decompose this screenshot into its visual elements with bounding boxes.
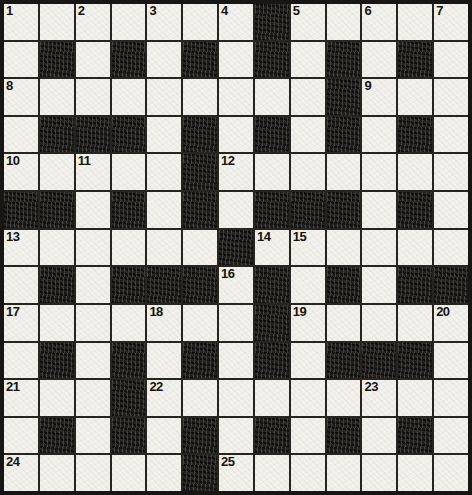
clue-number-25: 25	[221, 455, 234, 469]
cell-r6c1[interactable]	[40, 230, 74, 266]
cell-r9c10-block	[362, 343, 396, 379]
cell-r10c0[interactable]: 21	[4, 380, 38, 416]
clue-number-11: 11	[78, 154, 91, 168]
cell-r3c4[interactable]	[147, 117, 181, 153]
cell-r0c6[interactable]: 4	[219, 4, 253, 40]
cell-r3c3-block	[112, 117, 146, 153]
cell-r11c12[interactable]	[434, 418, 468, 454]
cell-r2c12[interactable]	[434, 79, 468, 115]
cell-r3c11-block	[398, 117, 432, 153]
cell-r4c8[interactable]	[291, 154, 325, 190]
cell-r1c6[interactable]	[219, 42, 253, 78]
cell-r11c4[interactable]	[147, 418, 181, 454]
cell-r8c2[interactable]	[76, 305, 110, 341]
cell-r4c3[interactable]	[112, 154, 146, 190]
cell-r5c6[interactable]	[219, 192, 253, 228]
cell-r7c11-block	[398, 267, 432, 303]
cell-r1c12[interactable]	[434, 42, 468, 78]
cell-r10c9[interactable]	[327, 380, 361, 416]
clue-number-18: 18	[149, 305, 162, 319]
cell-r3c6[interactable]	[219, 117, 253, 153]
cell-r11c10[interactable]	[362, 418, 396, 454]
cell-r0c0[interactable]: 1	[4, 4, 38, 40]
clue-number-12: 12	[221, 154, 234, 168]
cell-r7c12-block	[434, 267, 468, 303]
cell-r12c11[interactable]	[398, 455, 432, 491]
cell-r3c7-block	[255, 117, 289, 153]
cell-r12c9[interactable]	[327, 455, 361, 491]
cell-r5c0-block	[4, 192, 38, 228]
cell-r3c9-block	[327, 117, 361, 153]
cell-r8c3[interactable]	[112, 305, 146, 341]
cell-r2c9-block	[327, 79, 361, 115]
cell-r12c12[interactable]	[434, 455, 468, 491]
cell-r5c10[interactable]	[362, 192, 396, 228]
cell-r2c11[interactable]	[398, 79, 432, 115]
cell-r11c3-block	[112, 418, 146, 454]
cell-r0c11[interactable]	[398, 4, 432, 40]
crossword-grid: 1234567891011121314151617181920212223242…	[0, 0, 472, 495]
cell-r6c5[interactable]	[183, 230, 217, 266]
cell-r2c0[interactable]: 8	[4, 79, 38, 115]
cell-r10c2[interactable]	[76, 380, 110, 416]
clue-number-22: 22	[149, 380, 162, 394]
cell-r10c10[interactable]: 23	[362, 380, 396, 416]
cell-r10c11[interactable]	[398, 380, 432, 416]
cell-r4c0[interactable]: 10	[4, 154, 38, 190]
cell-r7c9-block	[327, 267, 361, 303]
cell-r4c9[interactable]	[327, 154, 361, 190]
cell-r1c10[interactable]	[362, 42, 396, 78]
clue-number-14: 14	[257, 230, 270, 244]
cell-r8c8[interactable]: 19	[291, 305, 325, 341]
cell-r11c5-block	[183, 418, 217, 454]
cell-r3c10[interactable]	[362, 117, 396, 153]
cell-r6c9[interactable]	[327, 230, 361, 266]
clue-number-15: 15	[293, 230, 306, 244]
cell-r0c3[interactable]	[112, 4, 146, 40]
cell-r1c9-block	[327, 42, 361, 78]
cell-r8c11[interactable]	[398, 305, 432, 341]
cell-r12c3[interactable]	[112, 455, 146, 491]
cell-r12c1[interactable]	[40, 455, 74, 491]
cell-r8c1[interactable]	[40, 305, 74, 341]
cell-r9c2[interactable]	[76, 343, 110, 379]
cell-r3c5-block	[183, 117, 217, 153]
clue-number-21: 21	[6, 380, 19, 394]
cell-r8c12[interactable]: 20	[434, 305, 468, 341]
cell-r9c4[interactable]	[147, 343, 181, 379]
cell-r9c6[interactable]	[219, 343, 253, 379]
cell-r11c11-block	[398, 418, 432, 454]
cell-r10c6[interactable]	[219, 380, 253, 416]
clue-number-2: 2	[78, 4, 85, 18]
cell-r12c10[interactable]	[362, 455, 396, 491]
cell-r1c3-block	[112, 42, 146, 78]
cell-r6c11[interactable]	[398, 230, 432, 266]
clue-number-10: 10	[6, 154, 19, 168]
cell-r5c4[interactable]	[147, 192, 181, 228]
cell-r5c1-block	[40, 192, 74, 228]
clue-number-20: 20	[436, 305, 449, 319]
cell-r3c1-block	[40, 117, 74, 153]
cell-r4c2[interactable]: 11	[76, 154, 110, 190]
clue-number-6: 6	[364, 4, 371, 18]
clue-number-5: 5	[293, 4, 300, 18]
cell-r1c0[interactable]	[4, 42, 38, 78]
cell-r8c10[interactable]	[362, 305, 396, 341]
cell-r6c8[interactable]: 15	[291, 230, 325, 266]
clue-number-19: 19	[293, 305, 306, 319]
cell-r7c10[interactable]	[362, 267, 396, 303]
cell-r12c7[interactable]	[255, 455, 289, 491]
cell-r7c6[interactable]: 16	[219, 267, 253, 303]
cell-r5c12[interactable]	[434, 192, 468, 228]
cell-r9c8[interactable]	[291, 343, 325, 379]
cell-r1c8[interactable]	[291, 42, 325, 78]
cell-r6c0[interactable]: 13	[4, 230, 38, 266]
cell-r12c0[interactable]: 24	[4, 455, 38, 491]
cell-r4c6[interactable]: 12	[219, 154, 253, 190]
cell-r0c4[interactable]: 3	[147, 4, 181, 40]
cell-r0c9[interactable]	[327, 4, 361, 40]
cell-r1c5-block	[183, 42, 217, 78]
cell-r3c8[interactable]	[291, 117, 325, 153]
cell-r8c7-block	[255, 305, 289, 341]
cell-r0c8[interactable]: 5	[291, 4, 325, 40]
cell-r4c4[interactable]	[147, 154, 181, 190]
cell-r2c1[interactable]	[40, 79, 74, 115]
cell-r7c3-block	[112, 267, 146, 303]
cell-r9c1-block	[40, 343, 74, 379]
cell-r9c5-block	[183, 343, 217, 379]
cell-r4c11[interactable]	[398, 154, 432, 190]
cell-r7c1-block	[40, 267, 74, 303]
cell-r6c12[interactable]	[434, 230, 468, 266]
cell-r10c1[interactable]	[40, 380, 74, 416]
cell-r2c4[interactable]	[147, 79, 181, 115]
clue-number-8: 8	[6, 79, 13, 93]
cell-r0c10[interactable]: 6	[362, 4, 396, 40]
cell-r7c5-block	[183, 267, 217, 303]
cell-r7c0[interactable]	[4, 267, 38, 303]
cell-r5c8-block	[291, 192, 325, 228]
cell-r12c5-block	[183, 455, 217, 491]
cell-r2c8[interactable]	[291, 79, 325, 115]
cell-r3c2-block	[76, 117, 110, 153]
clue-number-3: 3	[149, 4, 156, 18]
cell-r11c9-block	[327, 418, 361, 454]
clue-number-17: 17	[6, 305, 19, 319]
cell-r9c0[interactable]	[4, 343, 38, 379]
cell-r6c6-block	[219, 230, 253, 266]
cell-r1c1-block	[40, 42, 74, 78]
crossword-scan: 1234567891011121314151617181920212223242…	[0, 0, 472, 495]
cell-r5c2[interactable]	[76, 192, 110, 228]
cell-r8c5[interactable]	[183, 305, 217, 341]
cell-r9c12[interactable]	[434, 343, 468, 379]
cell-r12c2[interactable]	[76, 455, 110, 491]
cell-r6c7[interactable]: 14	[255, 230, 289, 266]
cell-r11c2[interactable]	[76, 418, 110, 454]
cell-r4c5-block	[183, 154, 217, 190]
cell-r10c8[interactable]	[291, 380, 325, 416]
cell-r11c8[interactable]	[291, 418, 325, 454]
cell-r12c6[interactable]: 25	[219, 455, 253, 491]
cell-r1c4[interactable]	[147, 42, 181, 78]
clue-number-13: 13	[6, 230, 19, 244]
cell-r11c7-block	[255, 418, 289, 454]
cell-r10c4[interactable]: 22	[147, 380, 181, 416]
cell-r11c0[interactable]	[4, 418, 38, 454]
cell-r8c6[interactable]	[219, 305, 253, 341]
cell-r7c2[interactable]	[76, 267, 110, 303]
clue-number-7: 7	[436, 4, 443, 18]
cell-r5c11-block	[398, 192, 432, 228]
cell-r6c10[interactable]	[362, 230, 396, 266]
cell-r5c9-block	[327, 192, 361, 228]
cell-r6c2[interactable]	[76, 230, 110, 266]
cell-r1c11-block	[398, 42, 432, 78]
cell-r0c2[interactable]: 2	[76, 4, 110, 40]
cell-r6c3[interactable]	[112, 230, 146, 266]
cell-r10c5[interactable]	[183, 380, 217, 416]
cell-r7c8[interactable]	[291, 267, 325, 303]
cell-r3c12[interactable]	[434, 117, 468, 153]
cell-r7c7-block	[255, 267, 289, 303]
cell-r0c1[interactable]	[40, 4, 74, 40]
cell-r12c4[interactable]	[147, 455, 181, 491]
cell-r1c2[interactable]	[76, 42, 110, 78]
cell-r3c0[interactable]	[4, 117, 38, 153]
clue-number-24: 24	[6, 455, 19, 469]
cell-r0c12[interactable]: 7	[434, 4, 468, 40]
cell-r8c4[interactable]: 18	[147, 305, 181, 341]
clue-number-9: 9	[364, 79, 371, 93]
cell-r2c5[interactable]	[183, 79, 217, 115]
cell-r4c7[interactable]	[255, 154, 289, 190]
cell-r4c12[interactable]	[434, 154, 468, 190]
cell-r0c7-block	[255, 4, 289, 40]
cell-r5c5-block	[183, 192, 217, 228]
cell-r9c3-block	[112, 343, 146, 379]
cell-r9c9-block	[327, 343, 361, 379]
cell-r5c7-block	[255, 192, 289, 228]
clue-number-23: 23	[364, 380, 377, 394]
cell-r6c4[interactable]	[147, 230, 181, 266]
clue-number-16: 16	[221, 267, 234, 281]
cell-r2c10[interactable]: 9	[362, 79, 396, 115]
cell-r10c12[interactable]	[434, 380, 468, 416]
cell-r8c0[interactable]: 17	[4, 305, 38, 341]
cell-r10c3-block	[112, 380, 146, 416]
cell-r2c3[interactable]	[112, 79, 146, 115]
clue-number-1: 1	[6, 4, 13, 18]
cell-r12c8[interactable]	[291, 455, 325, 491]
cell-r4c1[interactable]	[40, 154, 74, 190]
cell-r9c7-block	[255, 343, 289, 379]
cell-r2c2[interactable]	[76, 79, 110, 115]
cell-r2c6[interactable]	[219, 79, 253, 115]
cell-r8c9[interactable]	[327, 305, 361, 341]
clue-number-4: 4	[221, 4, 228, 18]
cell-r10c7[interactable]	[255, 380, 289, 416]
cell-r1c7-block	[255, 42, 289, 78]
cell-r5c3-block	[112, 192, 146, 228]
cell-r4c10[interactable]	[362, 154, 396, 190]
cell-r2c7[interactable]	[255, 79, 289, 115]
cell-r11c1-block	[40, 418, 74, 454]
cell-r11c6[interactable]	[219, 418, 253, 454]
cell-r9c11-block	[398, 343, 432, 379]
cell-r0c5[interactable]	[183, 4, 217, 40]
cell-r7c4-block	[147, 267, 181, 303]
